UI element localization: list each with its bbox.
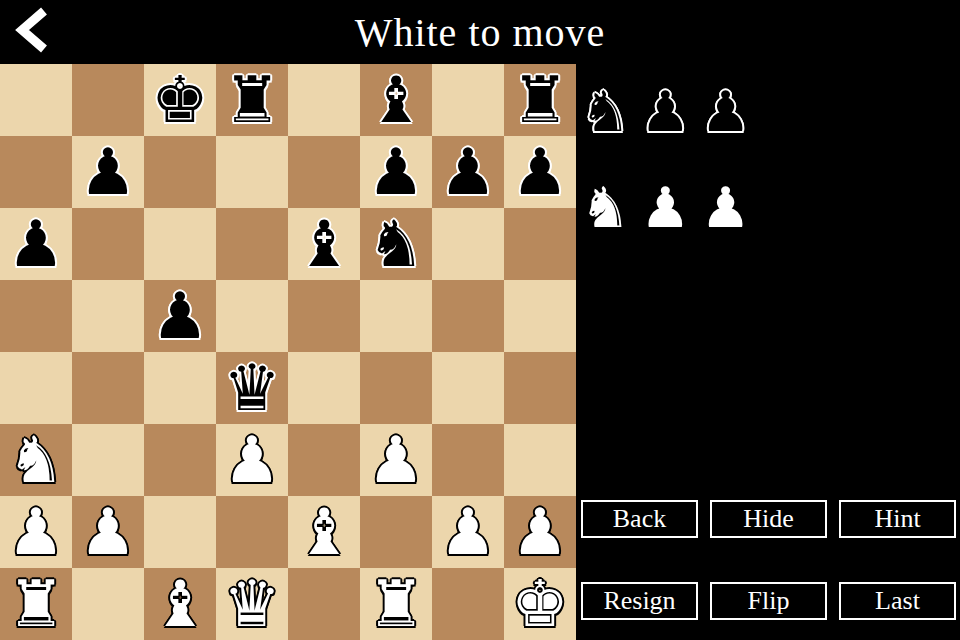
square-a5[interactable] [0,280,72,352]
square-e1[interactable] [288,568,360,640]
page-title: White to move [0,0,960,64]
square-f6[interactable]: ♞ [360,208,432,280]
black-pawn: ♟ [79,136,136,208]
square-g3[interactable] [432,424,504,496]
black-knight: ♞ [367,208,424,280]
square-f3[interactable]: ♟ [360,424,432,496]
black-queen: ♛ [223,352,280,424]
white-pawn: ♟ [7,496,64,568]
side-panel: ♞♟♟ ♞♟♟ Back Hide Hint Resign Flip Last [576,64,960,640]
square-d4[interactable]: ♛ [216,352,288,424]
hide-button[interactable]: Hide [710,500,827,538]
hint-button[interactable]: Hint [839,500,956,538]
square-b5[interactable] [72,280,144,352]
square-a7[interactable] [0,136,72,208]
square-g4[interactable] [432,352,504,424]
square-d6[interactable] [216,208,288,280]
back-button[interactable]: Back [581,500,698,538]
square-c2[interactable] [144,496,216,568]
square-e4[interactable] [288,352,360,424]
white-pawn: ♟ [367,424,424,496]
square-d7[interactable] [216,136,288,208]
white-pawn: ♟ [511,496,568,568]
captured-white-pawn: ♟ [640,178,690,238]
white-bishop: ♝ [295,496,352,568]
square-g7[interactable]: ♟ [432,136,504,208]
black-rook: ♜ [511,64,568,136]
control-row-2: Resign Flip Last [581,582,956,620]
white-king: ♚ [511,568,568,640]
square-h3[interactable] [504,424,576,496]
square-d1[interactable]: ♛ [216,568,288,640]
captured-white-pawn: ♟ [700,178,750,238]
square-g2[interactable]: ♟ [432,496,504,568]
control-row-1: Back Hide Hint [581,500,956,538]
square-h4[interactable] [504,352,576,424]
black-pawn: ♟ [7,208,64,280]
square-h2[interactable]: ♟ [504,496,576,568]
square-d2[interactable] [216,496,288,568]
square-c7[interactable] [144,136,216,208]
square-f8[interactable]: ♝ [360,64,432,136]
square-g8[interactable] [432,64,504,136]
square-a8[interactable] [0,64,72,136]
header: White to move [0,0,960,64]
square-a4[interactable] [0,352,72,424]
square-h7[interactable]: ♟ [504,136,576,208]
square-b3[interactable] [72,424,144,496]
square-f5[interactable] [360,280,432,352]
square-g5[interactable] [432,280,504,352]
square-e7[interactable] [288,136,360,208]
square-b4[interactable] [72,352,144,424]
square-b6[interactable] [72,208,144,280]
captured-black-pieces: ♞♟♟ [580,82,751,142]
square-a1[interactable]: ♜ [0,568,72,640]
white-pawn: ♟ [79,496,136,568]
chess-board: ♚♜♝♜♟♟♟♟♟♝♞♟♛♞♟♟♟♟♝♟♟♜♝♛♜♚ [0,64,576,640]
black-bishop: ♝ [367,64,424,136]
white-queen: ♛ [223,568,280,640]
captured-black-knight: ♞ [580,82,630,142]
square-h6[interactable] [504,208,576,280]
captured-black-pawn: ♟ [640,82,690,142]
black-pawn: ♟ [151,280,208,352]
black-king: ♚ [151,64,208,136]
square-f4[interactable] [360,352,432,424]
square-c6[interactable] [144,208,216,280]
square-e6[interactable]: ♝ [288,208,360,280]
resign-button[interactable]: Resign [581,582,698,620]
square-e2[interactable]: ♝ [288,496,360,568]
flip-button[interactable]: Flip [710,582,827,620]
square-g1[interactable] [432,568,504,640]
square-d8[interactable]: ♜ [216,64,288,136]
square-a2[interactable]: ♟ [0,496,72,568]
white-rook: ♜ [367,568,424,640]
square-c1[interactable]: ♝ [144,568,216,640]
square-b1[interactable] [72,568,144,640]
square-f2[interactable] [360,496,432,568]
black-pawn: ♟ [367,136,424,208]
square-e5[interactable] [288,280,360,352]
white-pawn: ♟ [223,424,280,496]
white-rook: ♜ [7,568,64,640]
square-a3[interactable]: ♞ [0,424,72,496]
captured-white-knight: ♞ [580,178,630,238]
square-h1[interactable]: ♚ [504,568,576,640]
black-pawn: ♟ [511,136,568,208]
square-d3[interactable]: ♟ [216,424,288,496]
black-pawn: ♟ [439,136,496,208]
white-bishop: ♝ [151,568,208,640]
captured-black-pawn: ♟ [700,82,750,142]
square-h8[interactable]: ♜ [504,64,576,136]
square-b8[interactable] [72,64,144,136]
square-g6[interactable] [432,208,504,280]
square-c5[interactable]: ♟ [144,280,216,352]
square-f1[interactable]: ♜ [360,568,432,640]
square-b7[interactable]: ♟ [72,136,144,208]
black-bishop: ♝ [295,208,352,280]
white-knight: ♞ [7,424,64,496]
black-rook: ♜ [223,64,280,136]
square-b2[interactable]: ♟ [72,496,144,568]
square-c4[interactable] [144,352,216,424]
captured-white-pieces: ♞♟♟ [580,178,751,238]
square-c8[interactable]: ♚ [144,64,216,136]
square-f7[interactable]: ♟ [360,136,432,208]
last-button[interactable]: Last [839,582,956,620]
square-h5[interactable] [504,280,576,352]
square-d5[interactable] [216,280,288,352]
square-e3[interactable] [288,424,360,496]
square-c3[interactable] [144,424,216,496]
square-a6[interactable]: ♟ [0,208,72,280]
square-e8[interactable] [288,64,360,136]
white-pawn: ♟ [439,496,496,568]
